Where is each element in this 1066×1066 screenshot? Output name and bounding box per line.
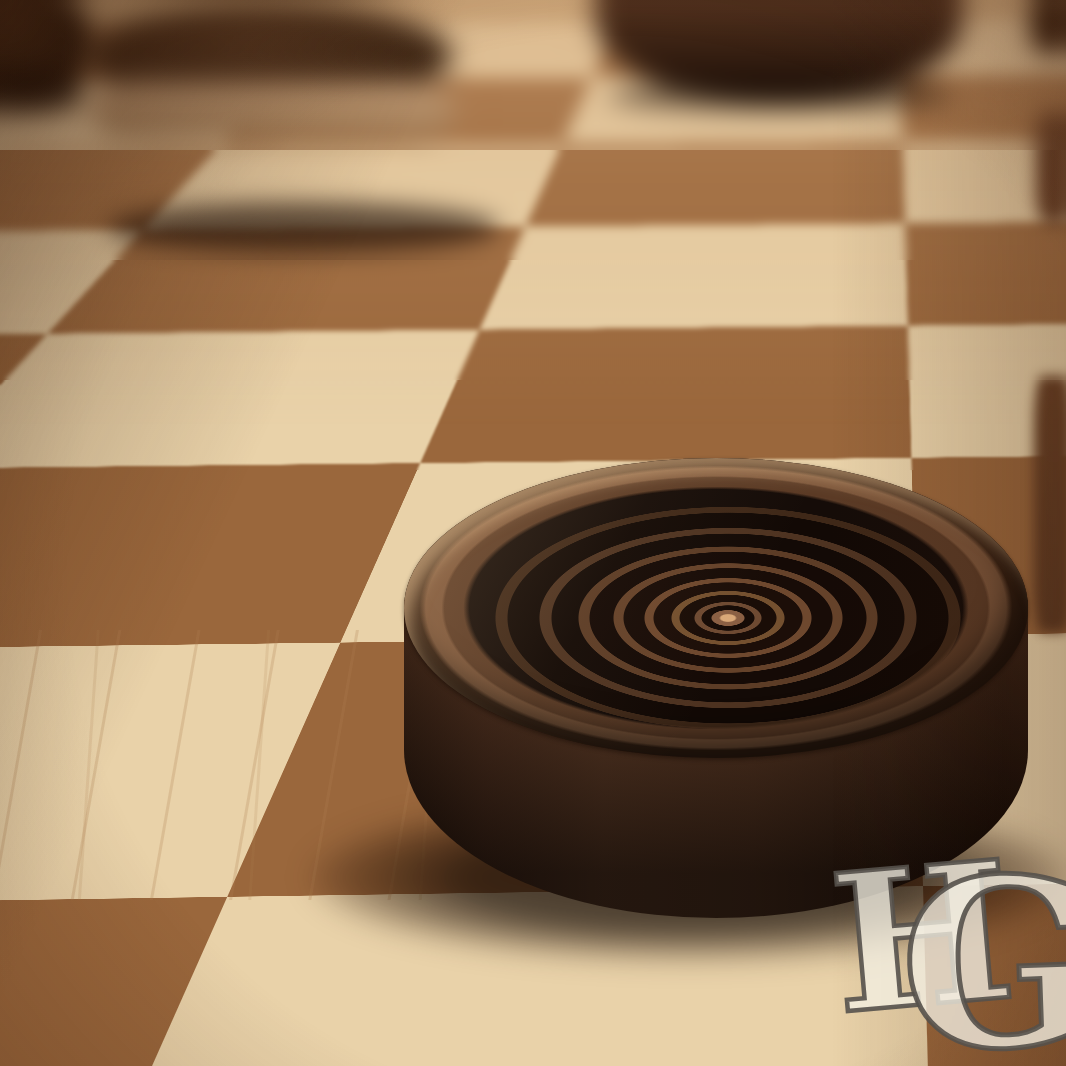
background-dark-square-right-edge xyxy=(1034,376,1066,632)
square-r4-c3 xyxy=(0,330,480,469)
checker-shadow xyxy=(108,202,500,254)
background-blur-patch-top-right xyxy=(1030,0,1066,54)
background-checker-stack xyxy=(58,0,488,264)
square-r2-c4 xyxy=(525,142,905,227)
square-r4-c4 xyxy=(420,326,911,464)
checker-shadow xyxy=(609,80,953,112)
checker-sheen-highlight xyxy=(404,458,1028,758)
photo-stage: H G xyxy=(0,0,1066,1066)
square-r3-c5 xyxy=(905,220,1066,325)
background-checker-top-center xyxy=(583,0,983,124)
background-blur-patch-right-upper xyxy=(1036,112,1066,224)
square-r3-c4 xyxy=(480,223,908,329)
